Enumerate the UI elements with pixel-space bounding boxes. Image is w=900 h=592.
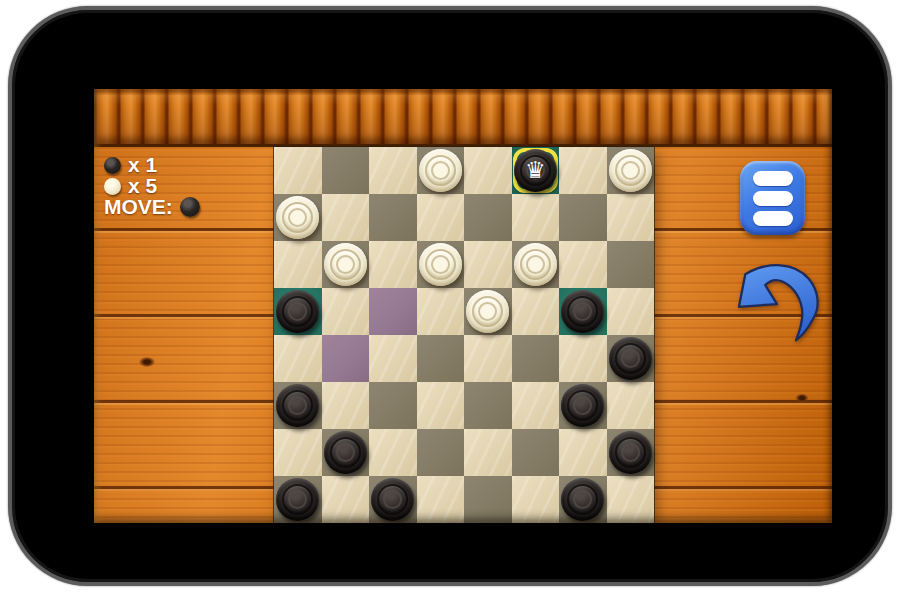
square-r6c4 — [417, 382, 465, 429]
black-piece[interactable] — [561, 478, 604, 521]
white-piece[interactable] — [609, 149, 652, 192]
square-r8c1[interactable] — [274, 476, 322, 523]
black-piece[interactable] — [276, 290, 319, 333]
square-r8c8 — [607, 476, 655, 523]
square-r2c6 — [512, 194, 560, 241]
square-r1c1 — [274, 147, 322, 194]
square-r7c4[interactable] — [417, 429, 465, 476]
square-r7c5 — [464, 429, 512, 476]
black-piece[interactable] — [324, 431, 367, 474]
white-piece[interactable] — [419, 149, 462, 192]
black-piece[interactable] — [276, 478, 319, 521]
square-r2c2 — [322, 194, 370, 241]
square-r5c3 — [369, 335, 417, 382]
tablet-bezel: x 1 x 5 MOVE: ♛ — [8, 6, 892, 586]
square-r1c4[interactable] — [417, 147, 465, 194]
white-piece-icon — [104, 178, 121, 195]
king-crown-icon: ♛ — [514, 149, 557, 192]
menu-pill-icon — [753, 211, 793, 226]
square-r4c1[interactable] — [274, 288, 322, 335]
black-piece[interactable] — [609, 431, 652, 474]
square-r8c5[interactable] — [464, 476, 512, 523]
square-r6c6 — [512, 382, 560, 429]
menu-pill-icon — [753, 191, 793, 206]
square-r3c8[interactable] — [607, 241, 655, 288]
black-piece[interactable] — [371, 478, 414, 521]
square-r7c7 — [559, 429, 607, 476]
square-r4c3[interactable] — [369, 288, 417, 335]
move-label: MOVE: — [104, 197, 173, 217]
capture-hud: x 1 x 5 MOVE: — [104, 155, 200, 217]
black-piece[interactable] — [276, 384, 319, 427]
square-r5c4[interactable] — [417, 335, 465, 382]
square-r4c6 — [512, 288, 560, 335]
square-r2c5[interactable] — [464, 194, 512, 241]
square-r3c6[interactable] — [512, 241, 560, 288]
square-r2c1[interactable] — [274, 194, 322, 241]
square-r1c8[interactable] — [607, 147, 655, 194]
square-r2c7[interactable] — [559, 194, 607, 241]
square-r8c4 — [417, 476, 465, 523]
undo-arrow-icon — [731, 257, 823, 343]
wood-wall-background — [94, 89, 832, 147]
white-piece[interactable] — [419, 243, 462, 286]
square-r4c5[interactable] — [464, 288, 512, 335]
square-r3c1 — [274, 241, 322, 288]
square-r4c4 — [417, 288, 465, 335]
square-r5c8[interactable] — [607, 335, 655, 382]
screenshot-canvas: x 1 x 5 MOVE: ♛ — [0, 0, 900, 592]
square-r5c1 — [274, 335, 322, 382]
square-r3c3 — [369, 241, 417, 288]
black-piece-icon — [104, 157, 121, 174]
square-r2c4 — [417, 194, 465, 241]
square-r4c2 — [322, 288, 370, 335]
black-piece[interactable] — [609, 337, 652, 380]
square-r5c6[interactable] — [512, 335, 560, 382]
square-r7c3 — [369, 429, 417, 476]
square-r1c6[interactable]: ♛ — [512, 147, 560, 194]
white-piece[interactable] — [324, 243, 367, 286]
square-r3c4[interactable] — [417, 241, 465, 288]
square-r3c7 — [559, 241, 607, 288]
square-r2c3[interactable] — [369, 194, 417, 241]
move-turn-piece-icon — [180, 197, 200, 217]
square-r6c1[interactable] — [274, 382, 322, 429]
square-r4c8 — [607, 288, 655, 335]
square-r6c3[interactable] — [369, 382, 417, 429]
square-r1c3 — [369, 147, 417, 194]
white-piece[interactable] — [466, 290, 509, 333]
square-r6c7[interactable] — [559, 382, 607, 429]
undo-button[interactable] — [731, 257, 823, 343]
square-r8c6 — [512, 476, 560, 523]
square-r5c7 — [559, 335, 607, 382]
square-r3c5 — [464, 241, 512, 288]
square-r8c3[interactable] — [369, 476, 417, 523]
black-king-piece[interactable]: ♛ — [514, 149, 557, 192]
white-piece[interactable] — [514, 243, 557, 286]
black-captured-row: x 1 — [104, 155, 200, 175]
square-r7c8[interactable] — [607, 429, 655, 476]
square-r7c6[interactable] — [512, 429, 560, 476]
square-r7c2[interactable] — [322, 429, 370, 476]
black-piece[interactable] — [561, 384, 604, 427]
square-r8c7[interactable] — [559, 476, 607, 523]
white-captured-count: x 5 — [128, 176, 157, 196]
menu-button[interactable] — [740, 161, 805, 235]
move-indicator-row: MOVE: — [104, 197, 200, 217]
square-r8c2 — [322, 476, 370, 523]
game-screen: x 1 x 5 MOVE: ♛ — [94, 89, 832, 523]
white-captured-row: x 5 — [104, 176, 200, 196]
menu-pill-icon — [753, 171, 793, 186]
white-piece[interactable] — [276, 196, 319, 239]
square-r3c2[interactable] — [322, 241, 370, 288]
square-r2c8 — [607, 194, 655, 241]
square-r6c5[interactable] — [464, 382, 512, 429]
checkers-board: ♛ — [274, 147, 654, 523]
square-r6c8 — [607, 382, 655, 429]
square-r1c7 — [559, 147, 607, 194]
square-r5c2[interactable] — [322, 335, 370, 382]
square-r7c1 — [274, 429, 322, 476]
square-r1c2[interactable] — [322, 147, 370, 194]
square-r6c2 — [322, 382, 370, 429]
square-r5c5 — [464, 335, 512, 382]
square-r1c5 — [464, 147, 512, 194]
black-captured-count: x 1 — [128, 155, 157, 175]
black-piece[interactable] — [561, 290, 604, 333]
square-r4c7[interactable] — [559, 288, 607, 335]
